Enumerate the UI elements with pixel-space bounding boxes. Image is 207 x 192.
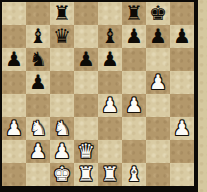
square-d2[interactable]: ♛ <box>74 140 98 163</box>
square-a1[interactable] <box>2 163 26 186</box>
square-h1[interactable] <box>170 163 194 186</box>
piece-black-king[interactable]: ♚ <box>149 3 167 23</box>
piece-white-pawn[interactable]: ♟ <box>5 118 23 138</box>
chess-screenshot: ♜♜♚♝♛♝♟♟♟♟♞♟♟♟♟♟♟♟♞♞♟♟♟♛♚♜♜♝ <box>0 0 207 192</box>
square-b2[interactable]: ♟ <box>26 140 50 163</box>
piece-black-pawn[interactable]: ♟ <box>173 26 191 46</box>
piece-white-bishop[interactable]: ♝ <box>125 164 143 184</box>
square-f3[interactable] <box>122 117 146 140</box>
piece-black-pawn[interactable]: ♟ <box>29 72 47 92</box>
square-f7[interactable]: ♟ <box>122 25 146 48</box>
piece-black-bishop[interactable]: ♝ <box>101 26 119 46</box>
piece-white-queen[interactable]: ♛ <box>77 141 95 161</box>
piece-white-king[interactable]: ♚ <box>53 164 71 184</box>
square-f2[interactable] <box>122 140 146 163</box>
piece-white-rook[interactable]: ♜ <box>77 164 95 184</box>
piece-black-pawn[interactable]: ♟ <box>101 49 119 69</box>
square-h7[interactable]: ♟ <box>170 25 194 48</box>
square-f5[interactable] <box>122 71 146 94</box>
square-h4[interactable] <box>170 94 194 117</box>
piece-white-knight[interactable]: ♞ <box>53 118 71 138</box>
square-a2[interactable] <box>2 140 26 163</box>
piece-black-knight[interactable]: ♞ <box>29 49 47 69</box>
square-a3[interactable]: ♟ <box>2 117 26 140</box>
square-c7[interactable]: ♛ <box>50 25 74 48</box>
square-g4[interactable] <box>146 94 170 117</box>
piece-white-pawn[interactable]: ♟ <box>29 141 47 161</box>
square-b5[interactable]: ♟ <box>26 71 50 94</box>
square-f1[interactable]: ♝ <box>122 163 146 186</box>
square-c3[interactable]: ♞ <box>50 117 74 140</box>
piece-white-pawn[interactable]: ♟ <box>125 95 143 115</box>
chess-board[interactable]: ♜♜♚♝♛♝♟♟♟♟♞♟♟♟♟♟♟♟♞♞♟♟♟♛♚♜♜♝ <box>2 2 194 186</box>
square-h5[interactable] <box>170 71 194 94</box>
square-c5[interactable] <box>50 71 74 94</box>
piece-white-rook[interactable]: ♜ <box>101 164 119 184</box>
square-b1[interactable] <box>26 163 50 186</box>
chess-board-frame: ♜♜♚♝♛♝♟♟♟♟♞♟♟♟♟♟♟♟♞♞♟♟♟♛♚♜♜♝ <box>0 0 198 192</box>
square-e1[interactable]: ♜ <box>98 163 122 186</box>
square-h2[interactable] <box>170 140 194 163</box>
square-c1[interactable]: ♚ <box>50 163 74 186</box>
square-e2[interactable] <box>98 140 122 163</box>
square-b7[interactable]: ♝ <box>26 25 50 48</box>
square-a6[interactable]: ♟ <box>2 48 26 71</box>
piece-black-pawn[interactable]: ♟ <box>77 49 95 69</box>
square-g2[interactable] <box>146 140 170 163</box>
piece-white-pawn[interactable]: ♟ <box>173 118 191 138</box>
square-h3[interactable]: ♟ <box>170 117 194 140</box>
piece-white-pawn[interactable]: ♟ <box>149 72 167 92</box>
square-g6[interactable] <box>146 48 170 71</box>
square-c8[interactable]: ♜ <box>50 2 74 25</box>
square-e3[interactable] <box>98 117 122 140</box>
square-b4[interactable] <box>26 94 50 117</box>
square-c4[interactable] <box>50 94 74 117</box>
piece-white-knight[interactable]: ♞ <box>29 118 47 138</box>
piece-black-pawn[interactable]: ♟ <box>125 26 143 46</box>
square-e8[interactable] <box>98 2 122 25</box>
square-b3[interactable]: ♞ <box>26 117 50 140</box>
piece-black-bishop[interactable]: ♝ <box>29 26 47 46</box>
square-a4[interactable] <box>2 94 26 117</box>
square-h8[interactable] <box>170 2 194 25</box>
square-f8[interactable]: ♜ <box>122 2 146 25</box>
square-c6[interactable] <box>50 48 74 71</box>
piece-black-rook[interactable]: ♜ <box>53 3 71 23</box>
piece-black-rook[interactable]: ♜ <box>125 3 143 23</box>
piece-white-pawn[interactable]: ♟ <box>101 95 119 115</box>
square-g3[interactable] <box>146 117 170 140</box>
square-d8[interactable] <box>74 2 98 25</box>
square-g8[interactable]: ♚ <box>146 2 170 25</box>
piece-black-pawn[interactable]: ♟ <box>149 26 167 46</box>
square-a7[interactable] <box>2 25 26 48</box>
square-h6[interactable] <box>170 48 194 71</box>
square-e4[interactable]: ♟ <box>98 94 122 117</box>
square-c2[interactable]: ♟ <box>50 140 74 163</box>
square-g1[interactable] <box>146 163 170 186</box>
piece-black-queen[interactable]: ♛ <box>53 26 71 46</box>
square-d1[interactable]: ♜ <box>74 163 98 186</box>
square-f4[interactable]: ♟ <box>122 94 146 117</box>
square-g5[interactable]: ♟ <box>146 71 170 94</box>
square-d4[interactable] <box>74 94 98 117</box>
square-d6[interactable]: ♟ <box>74 48 98 71</box>
square-e6[interactable]: ♟ <box>98 48 122 71</box>
piece-black-pawn[interactable]: ♟ <box>5 49 23 69</box>
square-d3[interactable] <box>74 117 98 140</box>
square-d5[interactable] <box>74 71 98 94</box>
square-a5[interactable] <box>2 71 26 94</box>
square-f6[interactable] <box>122 48 146 71</box>
square-b6[interactable]: ♞ <box>26 48 50 71</box>
square-g7[interactable]: ♟ <box>146 25 170 48</box>
square-d7[interactable] <box>74 25 98 48</box>
square-e7[interactable]: ♝ <box>98 25 122 48</box>
square-b8[interactable] <box>26 2 50 25</box>
square-e5[interactable] <box>98 71 122 94</box>
page-background-strip <box>198 0 207 192</box>
square-a8[interactable] <box>2 2 26 25</box>
piece-white-pawn[interactable]: ♟ <box>53 141 71 161</box>
